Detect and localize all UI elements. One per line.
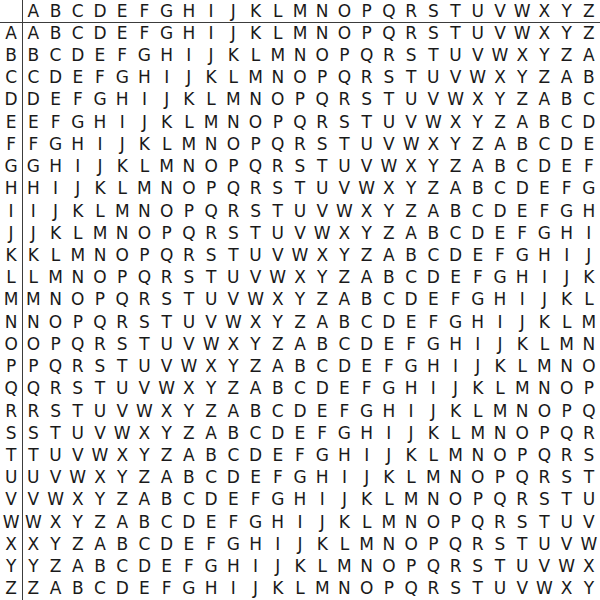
cell-JQ: Z (378, 222, 400, 244)
cell-OE: S (111, 333, 133, 355)
cell-FP: U (356, 133, 378, 155)
cell-AI: I (200, 22, 222, 44)
cell-RU: L (467, 400, 489, 422)
cell-IE: M (111, 200, 133, 222)
col-header-U: U (467, 0, 489, 22)
cell-HE: L (111, 178, 133, 200)
cell-BZ: A (578, 44, 600, 66)
cell-YO: M (333, 556, 355, 578)
cell-KF: P (133, 244, 155, 266)
col-header-C: C (67, 0, 89, 22)
cell-KG: Q (156, 244, 178, 266)
cell-JE: N (111, 222, 133, 244)
cell-EY: C (556, 111, 578, 133)
cell-IJ: R (222, 200, 244, 222)
cell-PO: D (333, 356, 355, 378)
cell-DQ: T (378, 89, 400, 111)
cell-AZ: Z (578, 22, 600, 44)
cell-FH: M (178, 133, 200, 155)
cell-OJ: X (222, 333, 244, 355)
cell-JB: K (44, 222, 66, 244)
cell-MS: E (422, 289, 444, 311)
cell-FN: S (311, 133, 333, 155)
cell-SJ: B (222, 422, 244, 444)
cell-WN: J (311, 511, 333, 533)
cell-JY: H (556, 222, 578, 244)
cell-VL: G (267, 489, 289, 511)
cell-LH: S (178, 267, 200, 289)
cell-TY: R (556, 444, 578, 466)
cell-KV: F (489, 244, 511, 266)
cell-CH: J (178, 67, 200, 89)
cell-HX: E (533, 178, 555, 200)
cell-WF: B (133, 511, 155, 533)
cell-JG: P (156, 222, 178, 244)
cell-KN: X (311, 244, 333, 266)
cell-OO: C (333, 333, 355, 355)
cell-BN: O (311, 44, 333, 66)
cell-AN: N (311, 22, 333, 44)
cell-VB: W (44, 489, 66, 511)
cell-TF: Y (133, 444, 155, 466)
cell-IC: K (67, 200, 89, 222)
cell-OU: I (467, 333, 489, 355)
cell-OC: Q (67, 333, 89, 355)
cell-BQ: R (378, 44, 400, 66)
row-header-M: M (0, 289, 22, 311)
cell-UR: L (400, 467, 422, 489)
row-header-O: O (0, 333, 22, 355)
col-header-Q: Q (378, 0, 400, 22)
cell-QI: Y (200, 378, 222, 400)
cell-MQ: C (378, 289, 400, 311)
cell-PD: S (89, 356, 111, 378)
cell-WL: H (267, 511, 289, 533)
cell-BJ: K (222, 44, 244, 66)
cell-RL: C (267, 400, 289, 422)
cell-TB: U (44, 444, 66, 466)
cell-PH: W (178, 356, 200, 378)
cell-CD: F (89, 67, 111, 89)
cell-LL: W (267, 267, 289, 289)
cell-YR: P (400, 556, 422, 578)
cell-KQ: A (378, 244, 400, 266)
cell-UC: W (67, 467, 89, 489)
cell-MA: M (22, 289, 44, 311)
cell-VP: K (356, 489, 378, 511)
cell-UT: N (444, 467, 466, 489)
cell-QG: W (156, 378, 178, 400)
cell-BV: W (489, 44, 511, 66)
cell-XH: E (178, 533, 200, 555)
cell-EN: R (311, 111, 333, 133)
cell-ER: V (400, 111, 422, 133)
cell-YB: Z (44, 556, 66, 578)
cell-KW: G (511, 244, 533, 266)
row-header-A: A (0, 22, 22, 44)
cell-ZP: O (356, 578, 378, 600)
cell-EX: B (533, 111, 555, 133)
cell-RD: U (89, 400, 111, 422)
cell-CZ: B (578, 67, 600, 89)
cell-ID: L (89, 200, 111, 222)
cell-JZ: I (578, 222, 600, 244)
cell-AT: T (444, 22, 466, 44)
cell-LW: H (511, 267, 533, 289)
cell-GB: H (44, 156, 66, 178)
col-header-P: P (356, 0, 378, 22)
cell-SC: U (67, 422, 89, 444)
cell-PR: G (400, 356, 422, 378)
cell-GY: E (556, 156, 578, 178)
cell-HM: T (289, 178, 311, 200)
cell-ZH: G (178, 578, 200, 600)
cell-CN: P (311, 67, 333, 89)
cell-FX: C (533, 133, 555, 155)
cell-NB: O (44, 311, 66, 333)
cell-FR: W (400, 133, 422, 155)
cell-ON: B (311, 333, 333, 355)
cell-NK: X (244, 311, 266, 333)
cell-YK: I (244, 556, 266, 578)
cell-PV: K (489, 356, 511, 378)
cell-GL: R (267, 156, 289, 178)
cell-VF: A (133, 489, 155, 511)
cell-TP: I (356, 444, 378, 466)
cell-GK: Q (244, 156, 266, 178)
cell-BC: D (67, 44, 89, 66)
cell-MB: N (44, 289, 66, 311)
cell-YF: D (133, 556, 155, 578)
cell-HH: O (178, 178, 200, 200)
cell-OY: M (556, 333, 578, 355)
cell-UW: Q (511, 467, 533, 489)
cell-XR: O (400, 533, 422, 555)
cell-UH: B (178, 467, 200, 489)
cell-RN: E (311, 400, 333, 422)
col-header-W: W (511, 0, 533, 22)
col-header-G: G (156, 0, 178, 22)
cell-RF: W (133, 400, 155, 422)
cell-HG: N (156, 178, 178, 200)
cell-YE: C (111, 556, 133, 578)
header-separator-horizontal-line (0, 22, 600, 23)
cell-TO: H (333, 444, 355, 466)
cell-WQ: M (378, 511, 400, 533)
cell-FY: D (556, 133, 578, 155)
cell-HB: I (44, 178, 66, 200)
cell-OK: Y (244, 333, 266, 355)
cell-GV: B (489, 156, 511, 178)
cell-II: Q (200, 200, 222, 222)
cell-UV: P (489, 467, 511, 489)
cell-TD: W (89, 444, 111, 466)
cell-LI: T (200, 267, 222, 289)
cell-QM: C (289, 378, 311, 400)
cell-PK: Z (244, 356, 266, 378)
cell-MW: I (511, 289, 533, 311)
cell-YY: W (556, 556, 578, 578)
cell-KT: D (444, 244, 466, 266)
cell-QE: U (111, 378, 133, 400)
cell-TH: A (178, 444, 200, 466)
cell-PP: E (356, 356, 378, 378)
cell-ZM: L (289, 578, 311, 600)
cell-GE: K (111, 156, 133, 178)
cell-DY: B (556, 89, 578, 111)
cell-JC: L (67, 222, 89, 244)
cell-LC: N (67, 267, 89, 289)
cell-PQ: F (378, 356, 400, 378)
cell-DU: X (467, 89, 489, 111)
cell-FC: H (67, 133, 89, 155)
cell-QQ: G (378, 378, 400, 400)
cell-CR: T (400, 67, 422, 89)
cell-OW: K (511, 333, 533, 355)
cell-ZJ: I (222, 578, 244, 600)
cell-GN: T (311, 156, 333, 178)
cell-LO: Z (333, 267, 355, 289)
cell-KY: I (556, 244, 578, 266)
cell-CS: U (422, 67, 444, 89)
cell-TM: F (289, 444, 311, 466)
cell-VJ: E (222, 489, 244, 511)
cell-FO: T (333, 133, 355, 155)
cell-TX: Q (533, 444, 555, 466)
cell-IX: F (533, 200, 555, 222)
cell-SF: X (133, 422, 155, 444)
cell-IF: N (133, 200, 155, 222)
cell-XX: U (533, 533, 555, 555)
cell-KD: N (89, 244, 111, 266)
cell-PY: N (556, 356, 578, 378)
cell-EI: M (200, 111, 222, 133)
cell-KP: Z (356, 244, 378, 266)
cell-JA: J (22, 222, 44, 244)
cell-GD: J (89, 156, 111, 178)
cell-OI: W (200, 333, 222, 355)
cell-YA: Y (22, 556, 44, 578)
cell-MY: K (556, 289, 578, 311)
cell-XS: P (422, 533, 444, 555)
cell-PM: B (289, 356, 311, 378)
cell-GZ: F (578, 156, 600, 178)
cell-LY: J (556, 267, 578, 289)
cell-ST: L (444, 422, 466, 444)
cell-JO: X (333, 222, 355, 244)
cell-IG: O (156, 200, 178, 222)
row-header-Y: Y (0, 556, 22, 578)
cell-LS: D (422, 267, 444, 289)
cell-MI: U (200, 289, 222, 311)
cell-VV: Q (489, 489, 511, 511)
cell-AV: V (489, 22, 511, 44)
cell-RT: K (444, 400, 466, 422)
cell-VZ: U (578, 489, 600, 511)
cell-RG: X (156, 400, 178, 422)
cell-ED: H (89, 111, 111, 133)
cell-LA: L (22, 267, 44, 289)
row-header-Q: Q (0, 378, 22, 400)
col-header-R: R (400, 0, 422, 22)
cell-LM: X (289, 267, 311, 289)
cell-BP: Q (356, 44, 378, 66)
cell-AD: D (89, 22, 111, 44)
cell-EJ: N (222, 111, 244, 133)
cell-WI: E (200, 511, 222, 533)
cell-TU: N (467, 444, 489, 466)
cell-ZA: Z (22, 578, 44, 600)
cell-ZK: J (244, 578, 266, 600)
cell-DD: G (89, 89, 111, 111)
cell-QJ: Z (222, 378, 244, 400)
cell-VX: S (533, 489, 555, 511)
cell-NF: S (133, 311, 155, 333)
cell-RR: I (400, 400, 422, 422)
cell-CO: Q (333, 67, 355, 89)
cell-QV: L (489, 378, 511, 400)
cell-YQ: O (378, 556, 400, 578)
cell-CK: M (244, 67, 266, 89)
cell-QL: B (267, 378, 289, 400)
cell-PG: V (156, 356, 178, 378)
cell-WS: O (422, 511, 444, 533)
cell-QC: S (67, 378, 89, 400)
cell-VK: F (244, 489, 266, 511)
cell-RH: Y (178, 400, 200, 422)
cell-SD: V (89, 422, 111, 444)
cell-GU: A (467, 156, 489, 178)
cell-TN: G (311, 444, 333, 466)
cell-TA: T (22, 444, 44, 466)
cell-UU: O (467, 467, 489, 489)
cell-VO: J (333, 489, 355, 511)
cell-HQ: X (378, 178, 400, 200)
cell-DK: N (244, 89, 266, 111)
cell-JT: C (444, 222, 466, 244)
cell-HR: Y (400, 178, 422, 200)
cell-DS: V (422, 89, 444, 111)
cell-FZ: E (578, 133, 600, 155)
cell-NS: F (422, 311, 444, 333)
cell-TL: E (267, 444, 289, 466)
cell-ML: X (267, 289, 289, 311)
cell-XN: K (311, 533, 333, 555)
cell-UP: J (356, 467, 378, 489)
cell-TS: L (422, 444, 444, 466)
cell-LX: I (533, 267, 555, 289)
cell-MM: Y (289, 289, 311, 311)
cell-SE: W (111, 422, 133, 444)
cell-SZ: R (578, 422, 600, 444)
cell-FF: K (133, 133, 155, 155)
cell-MN: Z (311, 289, 333, 311)
cell-FM: R (289, 133, 311, 155)
row-header-Z: Z (0, 578, 22, 600)
cell-IV: D (489, 200, 511, 222)
cell-QX: N (533, 378, 555, 400)
cell-XG: D (156, 533, 178, 555)
cell-JJ: S (222, 222, 244, 244)
col-header-F: F (133, 0, 155, 22)
cell-KZ: J (578, 244, 600, 266)
col-header-J: J (222, 0, 244, 22)
col-header-K: K (244, 0, 266, 22)
cell-UD: X (89, 467, 111, 489)
cell-YD: B (89, 556, 111, 578)
header-separator-vertical-line (22, 0, 23, 600)
cell-BX: Y (533, 44, 555, 66)
cell-ZG: F (156, 578, 178, 600)
row-header-V: V (0, 489, 22, 511)
cell-YL: J (267, 556, 289, 578)
cell-UN: H (311, 467, 333, 489)
cell-FI: N (200, 133, 222, 155)
cell-BL: M (267, 44, 289, 66)
cell-SO: G (333, 422, 355, 444)
cell-GW: C (511, 156, 533, 178)
cell-OT: H (444, 333, 466, 355)
cell-TW: P (511, 444, 533, 466)
cell-OP: D (356, 333, 378, 355)
cell-SI: A (200, 422, 222, 444)
cell-CA: C (22, 67, 44, 89)
cell-US: M (422, 467, 444, 489)
cell-CW: Y (511, 67, 533, 89)
cell-SP: H (356, 422, 378, 444)
cell-DE: H (111, 89, 133, 111)
cell-ME: Q (111, 289, 133, 311)
cell-YX: V (533, 556, 555, 578)
cell-TI: B (200, 444, 222, 466)
cell-OM: A (289, 333, 311, 355)
cell-VY: T (556, 489, 578, 511)
cell-SH: Z (178, 422, 200, 444)
cell-IY: G (556, 200, 578, 222)
cell-XJ: G (222, 533, 244, 555)
cell-HF: M (133, 178, 155, 200)
cell-WO: K (333, 511, 355, 533)
cell-ZZ: Y (578, 578, 600, 600)
cell-GF: L (133, 156, 155, 178)
row-header-E: E (0, 111, 22, 133)
cell-QB: R (44, 378, 66, 400)
cell-NI: V (200, 311, 222, 333)
cell-RX: O (533, 400, 555, 422)
col-header-T: T (444, 0, 466, 22)
cell-EU: Y (467, 111, 489, 133)
cell-DG: J (156, 89, 178, 111)
cell-NY: L (556, 311, 578, 333)
cell-DV: Y (489, 89, 511, 111)
cell-AC: C (67, 22, 89, 44)
row-header-H: H (0, 178, 22, 200)
cell-QD: T (89, 378, 111, 400)
cell-KU: E (467, 244, 489, 266)
cell-DA: D (22, 89, 44, 111)
cell-OQ: E (378, 333, 400, 355)
cell-MR: D (400, 289, 422, 311)
cell-RJ: A (222, 400, 244, 422)
cell-KC: M (67, 244, 89, 266)
cell-LG: R (156, 267, 178, 289)
cell-QN: D (311, 378, 333, 400)
cell-RP: G (356, 400, 378, 422)
cell-AB: B (44, 22, 66, 44)
cell-RW: N (511, 400, 533, 422)
cell-XV: S (489, 533, 511, 555)
cell-FV: A (489, 133, 511, 155)
